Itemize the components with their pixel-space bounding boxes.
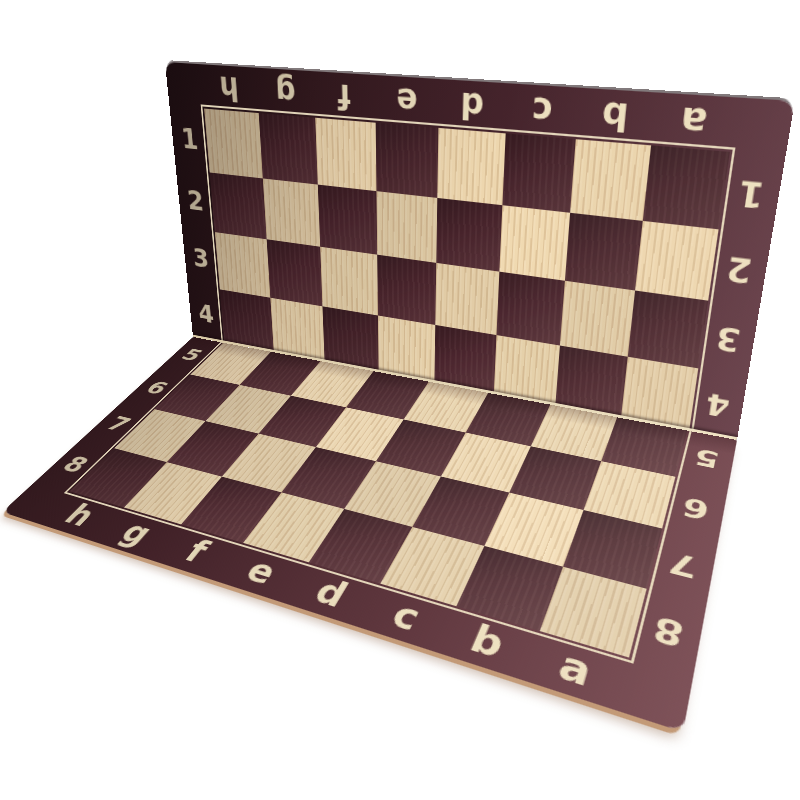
square-d1 xyxy=(437,128,505,205)
file-label-top-e: e xyxy=(375,75,440,128)
rank-label-left-2: 2 xyxy=(176,168,215,232)
chessboard-photo: hgfedcba11223344 55667788hgfedcba xyxy=(0,0,800,800)
square-b2 xyxy=(565,212,642,290)
file-label-top-a: a xyxy=(651,92,738,151)
file-label-top-f: f xyxy=(313,71,375,122)
square-b3 xyxy=(560,281,635,356)
board-corner-top-left xyxy=(165,62,204,109)
square-g1 xyxy=(258,113,317,184)
square-h2 xyxy=(210,172,267,239)
square-h3 xyxy=(215,232,270,297)
file-label-top-h: h xyxy=(200,64,258,113)
square-d3 xyxy=(435,263,499,335)
square-a1 xyxy=(642,145,730,228)
square-e1 xyxy=(375,123,438,198)
square-g3 xyxy=(266,239,322,306)
file-label-top-b: b xyxy=(576,88,657,146)
square-d2 xyxy=(436,197,502,271)
file-label-top-d: d xyxy=(438,79,507,133)
square-e3 xyxy=(377,255,437,325)
rank-label-left-1: 1 xyxy=(169,106,209,172)
square-f1 xyxy=(315,118,376,191)
square-f3 xyxy=(320,247,377,315)
rank-label-right-3: 3 xyxy=(698,301,759,376)
square-g2 xyxy=(262,178,320,247)
square-a2 xyxy=(635,220,719,300)
board-corner-top-right xyxy=(730,97,795,156)
square-c1 xyxy=(502,133,576,212)
square-b1 xyxy=(570,139,650,220)
square-c2 xyxy=(499,205,570,281)
square-e2 xyxy=(376,191,437,263)
square-f2 xyxy=(318,184,377,254)
file-label-top-c: c xyxy=(505,83,580,139)
rank-label-right-1: 1 xyxy=(719,152,786,235)
rank-label-right-2: 2 xyxy=(708,229,772,308)
rank-label-left-3: 3 xyxy=(182,228,220,289)
square-a3 xyxy=(627,290,708,367)
file-label-top-g: g xyxy=(255,68,315,118)
square-h1 xyxy=(204,109,262,178)
square-c3 xyxy=(496,272,565,345)
